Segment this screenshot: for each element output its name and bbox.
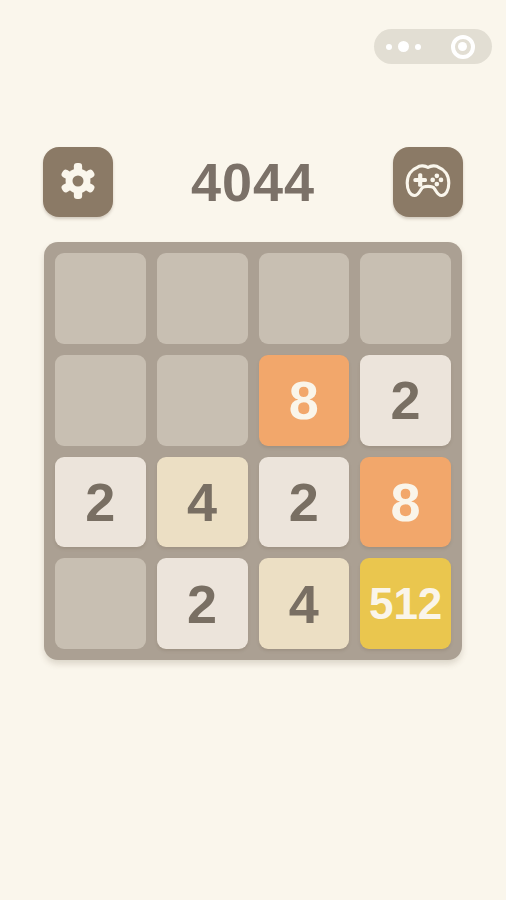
empty-cell	[360, 253, 451, 344]
circle-icon	[451, 35, 475, 59]
empty-cell	[55, 558, 146, 649]
tile-2: 2	[360, 355, 451, 446]
tile-4: 4	[259, 558, 350, 649]
close-button[interactable]	[433, 35, 492, 59]
tile-4: 4	[157, 457, 248, 548]
empty-cell	[157, 253, 248, 344]
miniprogram-capsule	[374, 29, 492, 64]
tile-2: 2	[259, 457, 350, 548]
tile-8: 8	[259, 355, 350, 446]
tile-512: 512	[360, 558, 451, 649]
empty-cell	[157, 355, 248, 446]
more-dots-icon	[386, 41, 421, 52]
board-grid[interactable]: 82242824512	[44, 242, 462, 660]
games-button[interactable]	[393, 147, 463, 217]
more-button[interactable]	[374, 41, 433, 52]
empty-cell	[55, 253, 146, 344]
score: 4044	[191, 147, 315, 217]
empty-cell	[55, 355, 146, 446]
tile-2: 2	[157, 558, 248, 649]
tile-2: 2	[55, 457, 146, 548]
tile-8: 8	[360, 457, 451, 548]
app-screen: 4044 82242824512	[0, 0, 506, 900]
header: 4044	[43, 147, 463, 217]
settings-button[interactable]	[43, 147, 113, 217]
gear-icon	[55, 158, 101, 207]
empty-cell	[259, 253, 350, 344]
gamepad-icon	[402, 158, 454, 207]
